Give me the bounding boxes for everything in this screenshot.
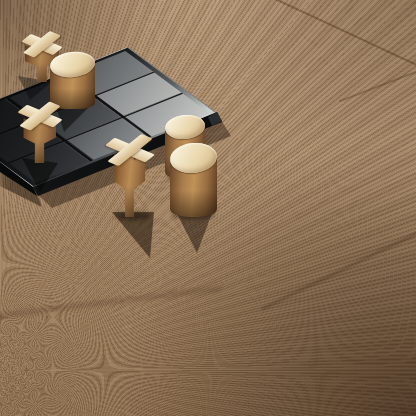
- wood-grain-streak: [339, 68, 416, 103]
- wood-grain-streak: [261, 225, 416, 311]
- wood-grain-streak: [0, 286, 222, 320]
- wood-grain-streak: [242, 0, 416, 67]
- scene: X O X: [0, 0, 416, 416]
